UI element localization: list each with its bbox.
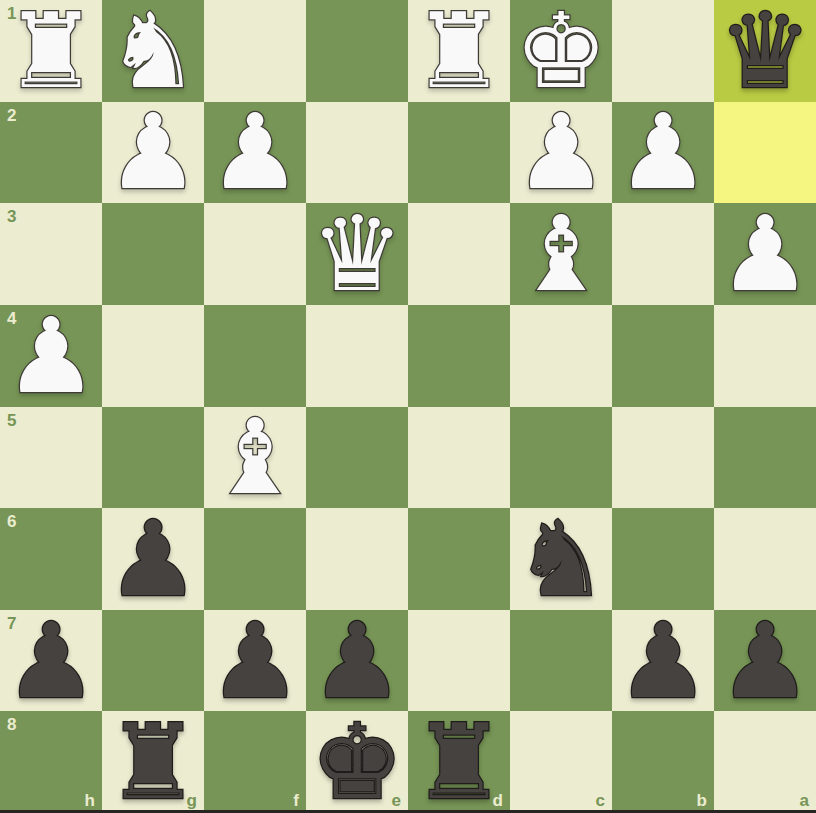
- black-rook-d8[interactable]: ♜: [408, 711, 510, 813]
- square-g3[interactable]: [102, 203, 204, 305]
- white-knight-g1[interactable]: ♞: [102, 0, 204, 102]
- white-bishop-c3[interactable]: ♝: [510, 203, 612, 305]
- file-label-a: a: [800, 792, 809, 809]
- square-b4[interactable]: [612, 305, 714, 407]
- square-f5[interactable]: ♝: [204, 407, 306, 509]
- square-f8[interactable]: f: [204, 711, 306, 813]
- square-e8[interactable]: e♚: [306, 711, 408, 813]
- black-pawn-g6[interactable]: ♟: [102, 508, 204, 610]
- square-g2[interactable]: ♟: [102, 102, 204, 204]
- square-d3[interactable]: [408, 203, 510, 305]
- black-king-e8[interactable]: ♚: [306, 711, 408, 813]
- file-label-h: h: [85, 792, 95, 809]
- square-d2[interactable]: [408, 102, 510, 204]
- black-rook-g8[interactable]: ♜: [102, 711, 204, 813]
- square-d4[interactable]: [408, 305, 510, 407]
- black-pawn-a7[interactable]: ♟: [714, 610, 816, 712]
- square-b5[interactable]: [612, 407, 714, 509]
- square-h1[interactable]: 1♜: [0, 0, 102, 102]
- square-b2[interactable]: ♟: [612, 102, 714, 204]
- square-a1[interactable]: ♛: [714, 0, 816, 102]
- square-d1[interactable]: ♜: [408, 0, 510, 102]
- square-e2[interactable]: [306, 102, 408, 204]
- square-c7[interactable]: [510, 610, 612, 712]
- square-a6[interactable]: [714, 508, 816, 610]
- white-bishop-f5[interactable]: ♝: [204, 407, 306, 509]
- square-c3[interactable]: ♝: [510, 203, 612, 305]
- square-h5[interactable]: 5: [0, 407, 102, 509]
- square-d6[interactable]: [408, 508, 510, 610]
- square-f4[interactable]: [204, 305, 306, 407]
- white-pawn-g2[interactable]: ♟: [102, 102, 204, 204]
- square-a5[interactable]: [714, 407, 816, 509]
- square-c5[interactable]: [510, 407, 612, 509]
- square-g4[interactable]: [102, 305, 204, 407]
- white-pawn-c2[interactable]: ♟: [510, 102, 612, 204]
- black-pawn-e7[interactable]: ♟: [306, 610, 408, 712]
- square-c1[interactable]: ♚: [510, 0, 612, 102]
- white-pawn-b2[interactable]: ♟: [612, 102, 714, 204]
- square-b3[interactable]: [612, 203, 714, 305]
- square-g8[interactable]: g♜: [102, 711, 204, 813]
- file-label-f: f: [293, 792, 299, 809]
- square-f7[interactable]: ♟: [204, 610, 306, 712]
- black-pawn-b7[interactable]: ♟: [612, 610, 714, 712]
- square-c8[interactable]: c: [510, 711, 612, 813]
- square-f2[interactable]: ♟: [204, 102, 306, 204]
- square-h8[interactable]: 8h: [0, 711, 102, 813]
- square-b7[interactable]: ♟: [612, 610, 714, 712]
- square-h6[interactable]: 6: [0, 508, 102, 610]
- square-g1[interactable]: ♞: [102, 0, 204, 102]
- square-g5[interactable]: [102, 407, 204, 509]
- square-a3[interactable]: ♟: [714, 203, 816, 305]
- square-e4[interactable]: [306, 305, 408, 407]
- square-a2[interactable]: [714, 102, 816, 204]
- square-f3[interactable]: [204, 203, 306, 305]
- square-e7[interactable]: ♟: [306, 610, 408, 712]
- square-c2[interactable]: ♟: [510, 102, 612, 204]
- black-pawn-h7[interactable]: ♟: [0, 610, 102, 712]
- square-b1[interactable]: [612, 0, 714, 102]
- rank-label-3: 3: [7, 208, 16, 225]
- square-g6[interactable]: ♟: [102, 508, 204, 610]
- white-rook-d1[interactable]: ♜: [408, 0, 510, 102]
- square-e3[interactable]: ♛: [306, 203, 408, 305]
- white-rook-h1[interactable]: ♜: [0, 0, 102, 102]
- square-c4[interactable]: [510, 305, 612, 407]
- square-a4[interactable]: [714, 305, 816, 407]
- file-label-c: c: [596, 792, 605, 809]
- rank-label-6: 6: [7, 513, 16, 530]
- square-d7[interactable]: [408, 610, 510, 712]
- square-a8[interactable]: a: [714, 711, 816, 813]
- square-e6[interactable]: [306, 508, 408, 610]
- square-g7[interactable]: [102, 610, 204, 712]
- square-d5[interactable]: [408, 407, 510, 509]
- white-queen-e3[interactable]: ♛: [306, 203, 408, 305]
- square-b8[interactable]: b: [612, 711, 714, 813]
- black-queen-a1[interactable]: ♛: [714, 0, 816, 102]
- square-f6[interactable]: [204, 508, 306, 610]
- square-e1[interactable]: [306, 0, 408, 102]
- square-c6[interactable]: ♞: [510, 508, 612, 610]
- file-label-b: b: [697, 792, 707, 809]
- square-d8[interactable]: d♜: [408, 711, 510, 813]
- chess-board: 1♜♞♜♚♛2♟♟♟♟3♛♝♟4♟5♝6♟♞7♟♟♟♟♟8hg♜fe♚d♜cba: [0, 0, 816, 813]
- black-pawn-f7[interactable]: ♟: [204, 610, 306, 712]
- square-e5[interactable]: [306, 407, 408, 509]
- square-h4[interactable]: 4♟: [0, 305, 102, 407]
- square-b6[interactable]: [612, 508, 714, 610]
- square-h3[interactable]: 3: [0, 203, 102, 305]
- white-pawn-h4[interactable]: ♟: [0, 305, 102, 407]
- square-a7[interactable]: ♟: [714, 610, 816, 712]
- square-h7[interactable]: 7♟: [0, 610, 102, 712]
- white-pawn-f2[interactable]: ♟: [204, 102, 306, 204]
- square-f1[interactable]: [204, 0, 306, 102]
- black-knight-c6[interactable]: ♞: [510, 508, 612, 610]
- square-h2[interactable]: 2: [0, 102, 102, 204]
- white-pawn-a3[interactable]: ♟: [714, 203, 816, 305]
- white-king-c1[interactable]: ♚: [510, 0, 612, 102]
